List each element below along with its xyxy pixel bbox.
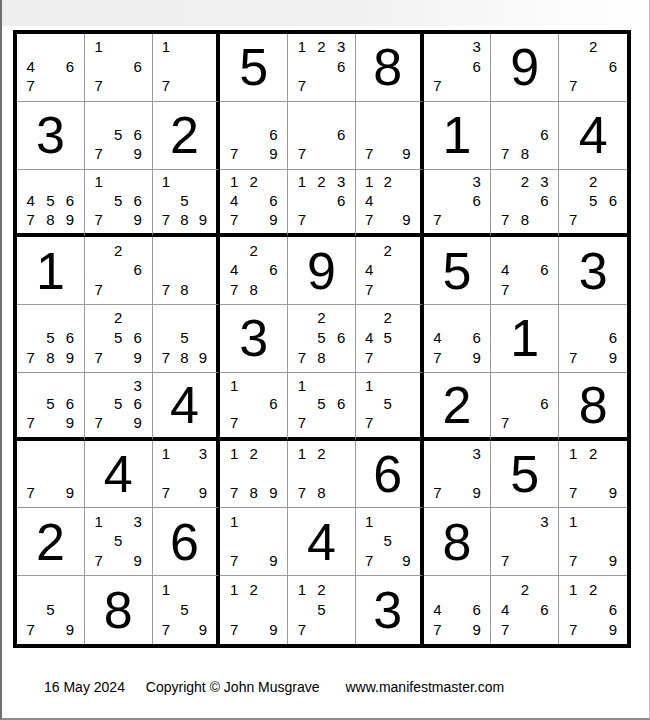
cell-r4c9: 3 <box>559 237 627 305</box>
candidate-1: 1 <box>292 376 312 395</box>
candidate-6: 6 <box>467 191 487 210</box>
candidate-9: 9 <box>603 347 623 367</box>
candidate-7: 7 <box>563 76 583 96</box>
cell-r7c6: 6 <box>356 441 424 509</box>
candidate-7: 7 <box>157 280 176 300</box>
cell-value: 6 <box>356 441 420 508</box>
cell-r9c6: 3 <box>356 576 424 644</box>
candidate-grid: 67 <box>288 102 355 169</box>
candidate-2: 2 <box>108 308 128 328</box>
candidate-9: 9 <box>60 210 80 229</box>
candidate-7: 7 <box>21 619 41 639</box>
candidate-6: 6 <box>128 260 148 280</box>
cell-r2c4: 679 <box>220 102 288 170</box>
candidate-1: 1 <box>157 173 176 192</box>
candidate-grid: 15789 <box>153 170 217 234</box>
candidate-7: 7 <box>292 144 312 164</box>
cell-value: 4 <box>153 373 217 437</box>
cell-r1c7: 367 <box>424 34 492 102</box>
candidate-8: 8 <box>515 210 535 229</box>
candidate-9: 9 <box>128 210 148 229</box>
footer: 16 May 2024 Copyright © John Musgrave ww… <box>44 679 504 695</box>
cell-r1c5: 12367 <box>288 34 356 102</box>
candidate-9: 9 <box>194 347 213 367</box>
candidate-grid: 267 <box>559 34 627 101</box>
candidate-7: 7 <box>563 210 583 229</box>
cell-r8c4: 179 <box>220 508 288 576</box>
candidate-6: 6 <box>603 599 623 619</box>
candidate-grid: 1379 <box>153 441 217 508</box>
candidate-grid: 12479 <box>356 170 420 234</box>
candidate-7: 7 <box>157 483 176 503</box>
candidate-7: 7 <box>428 347 448 367</box>
cell-value: 4 <box>85 441 152 508</box>
cell-r9c9: 12679 <box>559 576 627 644</box>
cell-value: 8 <box>424 508 491 575</box>
candidate-4: 4 <box>360 260 379 280</box>
candidate-7: 7 <box>360 210 379 229</box>
candidate-7: 7 <box>89 413 109 432</box>
candidate-1: 1 <box>157 444 176 464</box>
candidate-grid: 5679 <box>17 373 84 437</box>
candidate-4: 4 <box>495 260 515 280</box>
cell-r2c9: 4 <box>559 102 627 170</box>
candidate-8: 8 <box>312 483 332 503</box>
sudoku-grid: 4671671751236783679267356792679677916784… <box>13 30 631 648</box>
candidate-6: 6 <box>60 328 80 348</box>
candidate-7: 7 <box>21 413 41 432</box>
cell-r7c4: 12789 <box>220 441 288 509</box>
candidate-grid: 124679 <box>220 170 287 234</box>
candidate-8: 8 <box>312 347 332 367</box>
cell-value: 2 <box>424 373 491 437</box>
cell-value: 1 <box>491 305 558 372</box>
candidate-8: 8 <box>41 210 61 229</box>
cell-r8c9: 179 <box>559 508 627 576</box>
cell-r8c1: 2 <box>17 508 85 576</box>
candidate-grid: 15679 <box>85 170 152 234</box>
candidate-6: 6 <box>264 191 284 210</box>
candidate-6: 6 <box>535 599 555 619</box>
cell-r2c5: 67 <box>288 102 356 170</box>
candidate-9: 9 <box>264 619 284 639</box>
cell-r5c3: 5789 <box>153 305 221 373</box>
candidate-grid: 1278 <box>288 441 355 508</box>
cell-r6c5: 1567 <box>288 373 356 441</box>
candidate-3: 3 <box>128 376 148 395</box>
candidate-4: 4 <box>21 191 41 210</box>
cell-r5c9: 679 <box>559 305 627 373</box>
candidate-1: 1 <box>89 511 109 531</box>
candidate-grid: 379 <box>424 441 491 508</box>
candidate-grid: 367 <box>424 34 491 101</box>
candidate-7: 7 <box>495 619 515 639</box>
candidate-6: 6 <box>331 57 351 77</box>
candidate-5: 5 <box>312 599 332 619</box>
cell-value: 3 <box>559 237 627 304</box>
top-band <box>2 0 649 26</box>
candidate-grid: 1279 <box>220 576 287 644</box>
candidate-grid: 67 <box>491 373 558 437</box>
cell-r3c9: 2567 <box>559 170 627 238</box>
cell-r2c8: 678 <box>491 102 559 170</box>
candidate-5: 5 <box>108 394 128 413</box>
cell-r4c7: 5 <box>424 237 492 305</box>
candidate-9: 9 <box>60 347 80 367</box>
candidate-7: 7 <box>563 551 583 571</box>
cell-r8c7: 8 <box>424 508 492 576</box>
candidate-7: 7 <box>157 347 176 367</box>
candidate-7: 7 <box>428 619 448 639</box>
candidate-7: 7 <box>563 619 583 639</box>
cell-r7c5: 1278 <box>288 441 356 509</box>
cell-r2c2: 5679 <box>85 102 153 170</box>
candidate-1: 1 <box>224 173 244 192</box>
cell-r2c7: 1 <box>424 102 492 170</box>
cell-r3c4: 124679 <box>220 170 288 238</box>
cell-r1c2: 167 <box>85 34 153 102</box>
candidate-2: 2 <box>583 579 603 599</box>
candidate-5: 5 <box>41 599 61 619</box>
candidate-7: 7 <box>89 551 109 571</box>
candidate-5: 5 <box>108 328 128 348</box>
cell-r4c3: 78 <box>153 237 221 305</box>
candidate-2: 2 <box>244 579 264 599</box>
candidate-7: 7 <box>157 210 176 229</box>
candidate-5: 5 <box>175 328 194 348</box>
candidate-grid: 467 <box>491 237 558 304</box>
candidate-5: 5 <box>312 394 332 413</box>
candidate-7: 7 <box>360 280 379 300</box>
candidate-9: 9 <box>264 483 284 503</box>
candidate-2: 2 <box>515 173 535 192</box>
candidate-1: 1 <box>292 444 312 464</box>
candidate-grid: 1279 <box>559 441 627 508</box>
candidate-4: 4 <box>360 328 379 348</box>
candidate-grid: 179 <box>220 508 287 575</box>
candidate-7: 7 <box>428 210 448 229</box>
cell-r3c8: 23678 <box>491 170 559 238</box>
candidate-9: 9 <box>60 413 80 432</box>
candidate-7: 7 <box>224 210 244 229</box>
candidate-2: 2 <box>378 240 397 260</box>
candidate-6: 6 <box>535 260 555 280</box>
candidate-grid: 25679 <box>85 305 152 372</box>
candidate-4: 4 <box>224 191 244 210</box>
cell-r5c6: 2457 <box>356 305 424 373</box>
candidate-7: 7 <box>495 413 515 432</box>
candidate-1: 1 <box>563 579 583 599</box>
candidate-grid: 579 <box>17 576 84 644</box>
candidate-3: 3 <box>535 173 555 192</box>
candidate-6: 6 <box>467 328 487 348</box>
cell-r9c4: 1279 <box>220 576 288 644</box>
cell-value: 3 <box>17 102 84 169</box>
candidate-grid: 678 <box>491 102 558 169</box>
cell-r9c3: 1579 <box>153 576 221 644</box>
candidate-6: 6 <box>467 57 487 77</box>
candidate-grid: 179 <box>559 508 627 575</box>
cell-r6c1: 5679 <box>17 373 85 441</box>
candidate-5: 5 <box>378 328 397 348</box>
cell-value: 4 <box>559 102 627 169</box>
cell-r3c3: 15789 <box>153 170 221 238</box>
candidate-7: 7 <box>89 144 109 164</box>
candidate-grid: 79 <box>356 102 420 169</box>
candidate-grid: 24678 <box>220 237 287 304</box>
puzzle-page: 4671671751236783679267356792679677916784… <box>0 0 650 720</box>
candidate-3: 3 <box>331 173 351 192</box>
candidate-4: 4 <box>428 328 448 348</box>
candidate-8: 8 <box>244 483 264 503</box>
candidate-grid: 367 <box>424 170 491 234</box>
cell-r3c5: 12367 <box>288 170 356 238</box>
candidate-1: 1 <box>224 579 244 599</box>
candidate-4: 4 <box>428 599 448 619</box>
candidate-grid: 247 <box>356 237 420 304</box>
candidate-grid: 12679 <box>559 576 627 644</box>
candidate-5: 5 <box>108 531 128 551</box>
candidate-5: 5 <box>312 328 332 348</box>
candidate-8: 8 <box>41 347 61 367</box>
candidate-3: 3 <box>467 444 487 464</box>
candidate-7: 7 <box>360 144 379 164</box>
candidate-1: 1 <box>224 511 244 531</box>
candidate-7: 7 <box>224 280 244 300</box>
candidate-1: 1 <box>292 37 312 57</box>
candidate-grid: 1579 <box>153 576 217 644</box>
candidate-6: 6 <box>128 57 148 77</box>
candidate-5: 5 <box>175 599 194 619</box>
cell-r7c2: 4 <box>85 441 153 509</box>
candidate-3: 3 <box>194 444 213 464</box>
cell-r4c6: 247 <box>356 237 424 305</box>
footer-copyright: Copyright © John Musgrave <box>146 679 320 695</box>
candidate-6: 6 <box>331 328 351 348</box>
candidate-6: 6 <box>603 57 623 77</box>
candidate-7: 7 <box>224 619 244 639</box>
candidate-2: 2 <box>583 444 603 464</box>
candidate-4: 4 <box>21 57 41 77</box>
candidate-7: 7 <box>360 413 379 432</box>
cell-r4c4: 24678 <box>220 237 288 305</box>
candidate-6: 6 <box>331 394 351 413</box>
cell-r2c3: 2 <box>153 102 221 170</box>
candidate-2: 2 <box>312 37 332 57</box>
candidate-7: 7 <box>292 413 312 432</box>
candidate-7: 7 <box>157 619 176 639</box>
cell-value: 5 <box>220 34 287 101</box>
candidate-6: 6 <box>128 394 148 413</box>
cell-r6c9: 8 <box>559 373 627 441</box>
candidate-3: 3 <box>128 511 148 531</box>
cell-value: 5 <box>424 237 491 304</box>
candidate-9: 9 <box>128 551 148 571</box>
candidate-6: 6 <box>60 394 80 413</box>
candidate-2: 2 <box>515 579 535 599</box>
candidate-8: 8 <box>244 280 264 300</box>
candidate-7: 7 <box>21 76 41 96</box>
candidate-2: 2 <box>312 579 332 599</box>
cell-r5c4: 3 <box>220 305 288 373</box>
candidate-grid: 2467 <box>491 576 558 644</box>
candidate-grid: 167 <box>220 373 287 437</box>
cell-r8c8: 37 <box>491 508 559 576</box>
candidate-2: 2 <box>378 173 397 192</box>
candidate-grid: 2567 <box>559 170 627 234</box>
candidate-grid: 4679 <box>424 305 491 372</box>
candidate-7: 7 <box>89 347 109 367</box>
candidate-7: 7 <box>563 483 583 503</box>
candidate-grid: 679 <box>559 305 627 372</box>
cell-value: 8 <box>559 373 627 437</box>
candidate-9: 9 <box>397 210 416 229</box>
cell-r5c5: 25678 <box>288 305 356 373</box>
cell-r3c6: 12479 <box>356 170 424 238</box>
candidate-6: 6 <box>128 191 148 210</box>
candidate-7: 7 <box>292 210 312 229</box>
cell-r8c2: 13579 <box>85 508 153 576</box>
cell-value: 6 <box>153 508 217 575</box>
candidate-7: 7 <box>563 347 583 367</box>
cell-r1c3: 17 <box>153 34 221 102</box>
candidate-1: 1 <box>224 444 244 464</box>
cell-r6c8: 67 <box>491 373 559 441</box>
cell-r3c1: 456789 <box>17 170 85 238</box>
candidate-7: 7 <box>157 76 176 96</box>
candidate-1: 1 <box>89 37 109 57</box>
candidate-9: 9 <box>467 619 487 639</box>
cell-r8c5: 4 <box>288 508 356 576</box>
candidate-7: 7 <box>292 347 312 367</box>
cell-value: 3 <box>220 305 287 372</box>
cell-value: 8 <box>85 576 152 644</box>
candidate-7: 7 <box>495 280 515 300</box>
cell-r5c1: 56789 <box>17 305 85 373</box>
cell-r6c7: 2 <box>424 373 492 441</box>
candidate-grid: 5789 <box>153 305 217 372</box>
candidate-7: 7 <box>292 483 312 503</box>
candidate-grid: 2457 <box>356 305 420 372</box>
candidate-2: 2 <box>378 308 397 328</box>
cell-r7c1: 79 <box>17 441 85 509</box>
cell-r6c6: 157 <box>356 373 424 441</box>
candidate-9: 9 <box>128 347 148 367</box>
cell-r5c2: 25679 <box>85 305 153 373</box>
candidate-1: 1 <box>563 444 583 464</box>
candidate-6: 6 <box>128 328 148 348</box>
candidate-7: 7 <box>428 76 448 96</box>
candidate-9: 9 <box>603 551 623 571</box>
candidate-2: 2 <box>108 240 128 260</box>
candidate-1: 1 <box>157 37 176 57</box>
cell-r9c1: 579 <box>17 576 85 644</box>
cell-value: 8 <box>356 34 420 101</box>
candidate-2: 2 <box>244 173 264 192</box>
candidate-1: 1 <box>563 511 583 531</box>
candidate-7: 7 <box>89 280 109 300</box>
candidate-1: 1 <box>89 173 109 192</box>
candidate-9: 9 <box>467 347 487 367</box>
candidate-7: 7 <box>224 551 244 571</box>
candidate-9: 9 <box>60 619 80 639</box>
candidate-grid: 267 <box>85 237 152 304</box>
candidate-6: 6 <box>331 191 351 210</box>
candidate-7: 7 <box>495 144 515 164</box>
cell-r1c4: 5 <box>220 34 288 102</box>
candidate-1: 1 <box>292 173 312 192</box>
candidate-6: 6 <box>331 124 351 144</box>
candidate-6: 6 <box>60 57 80 77</box>
candidate-7: 7 <box>224 144 244 164</box>
candidate-5: 5 <box>175 191 194 210</box>
cell-r1c8: 9 <box>491 34 559 102</box>
candidate-7: 7 <box>224 413 244 432</box>
candidate-3: 3 <box>535 511 555 531</box>
candidate-4: 4 <box>224 260 244 280</box>
candidate-grid: 17 <box>153 34 217 101</box>
candidate-1: 1 <box>224 376 244 395</box>
candidate-7: 7 <box>89 76 109 96</box>
candidate-5: 5 <box>41 328 61 348</box>
candidate-grid: 56789 <box>17 305 84 372</box>
candidate-5: 5 <box>108 124 128 144</box>
candidate-6: 6 <box>603 191 623 210</box>
cell-r9c2: 8 <box>85 576 153 644</box>
candidate-grid: 79 <box>17 441 84 508</box>
candidate-4: 4 <box>360 191 379 210</box>
candidate-grid: 25678 <box>288 305 355 372</box>
candidate-9: 9 <box>60 483 80 503</box>
candidate-6: 6 <box>264 260 284 280</box>
cell-r8c6: 1579 <box>356 508 424 576</box>
candidate-grid: 679 <box>220 102 287 169</box>
cell-r6c2: 35679 <box>85 373 153 441</box>
candidate-3: 3 <box>467 173 487 192</box>
candidate-7: 7 <box>495 551 515 571</box>
candidate-grid: 12789 <box>220 441 287 508</box>
candidate-1: 1 <box>157 579 176 599</box>
candidate-2: 2 <box>583 37 603 57</box>
candidate-7: 7 <box>428 483 448 503</box>
cell-r5c8: 1 <box>491 305 559 373</box>
candidate-6: 6 <box>264 124 284 144</box>
candidate-8: 8 <box>515 144 535 164</box>
candidate-7: 7 <box>21 347 41 367</box>
candidate-1: 1 <box>360 511 379 531</box>
cell-value: 9 <box>288 237 355 304</box>
candidate-1: 1 <box>360 376 379 395</box>
cell-r9c5: 1257 <box>288 576 356 644</box>
candidate-5: 5 <box>41 394 61 413</box>
candidate-6: 6 <box>535 124 555 144</box>
candidate-9: 9 <box>128 413 148 432</box>
cell-r3c2: 15679 <box>85 170 153 238</box>
cell-r7c7: 379 <box>424 441 492 509</box>
candidate-7: 7 <box>360 347 379 367</box>
candidate-2: 2 <box>312 444 332 464</box>
cell-value: 5 <box>491 441 558 508</box>
candidate-5: 5 <box>108 191 128 210</box>
candidate-5: 5 <box>583 191 603 210</box>
candidate-grid: 35679 <box>85 373 152 437</box>
footer-date: 16 May 2024 <box>44 679 125 695</box>
candidate-grid: 13579 <box>85 508 152 575</box>
candidate-7: 7 <box>21 483 41 503</box>
candidate-9: 9 <box>603 619 623 639</box>
candidate-2: 2 <box>244 444 264 464</box>
cell-r6c4: 167 <box>220 373 288 441</box>
